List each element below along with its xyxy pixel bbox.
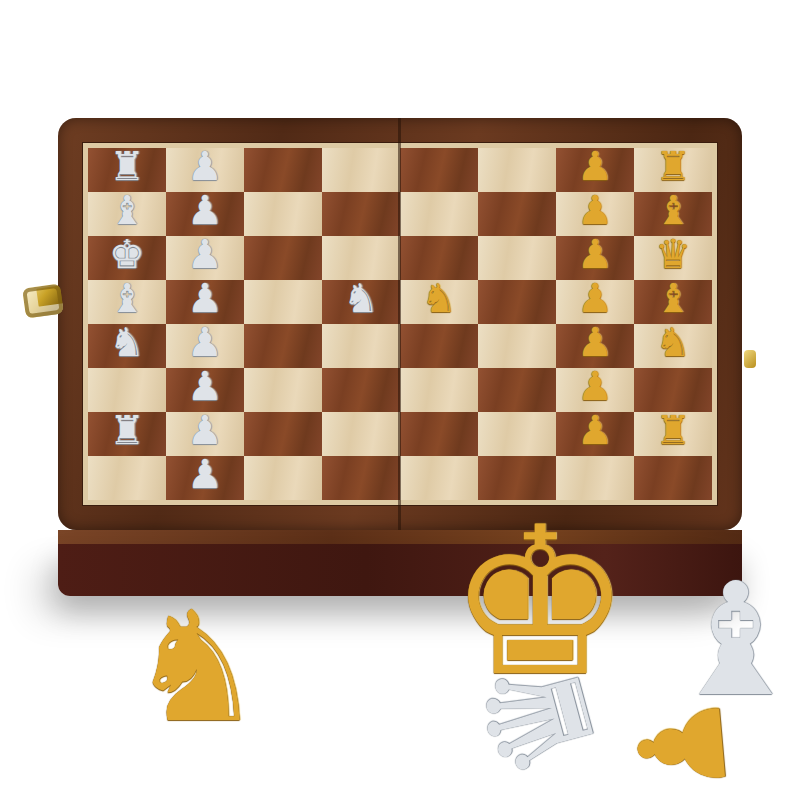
- board-square: [478, 148, 556, 192]
- gold-pawn: ♟: [577, 190, 613, 230]
- board-square: ♞: [400, 280, 478, 324]
- gold-pawn: ♟: [577, 322, 613, 362]
- board-square: ♚: [88, 236, 166, 280]
- board-square: ♞: [322, 280, 400, 324]
- board-square: [244, 148, 322, 192]
- board-front-wood-edge: [58, 530, 742, 544]
- gold-bishop: ♝: [655, 278, 691, 318]
- board-square: [478, 192, 556, 236]
- board-square: [244, 236, 322, 280]
- board-square: ♟: [556, 192, 634, 236]
- board-square: [478, 236, 556, 280]
- board-square: [400, 236, 478, 280]
- silver-bishop: ♝: [109, 278, 145, 318]
- gold-rook: ♜: [655, 146, 691, 186]
- gold-pawn-foreground: ♟: [620, 689, 745, 800]
- board-square: [88, 368, 166, 412]
- board-square: [322, 148, 400, 192]
- silver-pawn: ♟: [187, 410, 223, 450]
- silver-rook: ♜: [109, 146, 145, 186]
- brass-clasp-handle: [22, 284, 64, 319]
- gold-pawn: ♟: [577, 366, 613, 406]
- board-square: ♟: [556, 148, 634, 192]
- board-square: [244, 368, 322, 412]
- silver-king: ♚: [109, 234, 145, 274]
- board-fold-seam: [398, 118, 401, 530]
- gold-pawn: ♟: [577, 410, 613, 450]
- board-square: ♟: [166, 148, 244, 192]
- board-square: ♟: [166, 456, 244, 500]
- gold-knight: ♞: [128, 592, 264, 744]
- board-square: [400, 148, 478, 192]
- gold-knight: ♞: [421, 278, 457, 318]
- board-square: [634, 456, 712, 500]
- board-square: [322, 192, 400, 236]
- board-square: [88, 456, 166, 500]
- gold-pawn: ♟: [577, 146, 613, 186]
- board-square: ♜: [634, 412, 712, 456]
- gold-pawn: ♟: [577, 234, 613, 274]
- silver-rook: ♜: [109, 410, 145, 450]
- gold-bishop: ♝: [655, 190, 691, 230]
- board-square: [634, 368, 712, 412]
- silver-pawn: ♟: [187, 322, 223, 362]
- board-square: ♟: [556, 236, 634, 280]
- brass-hinge-pin: [744, 350, 756, 368]
- board-square: [322, 368, 400, 412]
- board-square: ♟: [166, 280, 244, 324]
- board-square: [244, 192, 322, 236]
- silver-pawn: ♟: [187, 146, 223, 186]
- board-square: [244, 456, 322, 500]
- board-square: ♟: [166, 412, 244, 456]
- board-square: ♝: [634, 280, 712, 324]
- board-square: ♟: [556, 324, 634, 368]
- board-square: [400, 368, 478, 412]
- gold-knight: ♞: [655, 322, 691, 362]
- board-square: ♞: [88, 324, 166, 368]
- board-square: ♝: [88, 280, 166, 324]
- gold-knight-foreground: ♞: [128, 592, 264, 744]
- chess-board: ♜♟♟♜♝♟♟♝♚♟♟♛♝♟♞♞♟♝♞♟♟♞♟♟♜♟♟♜♟: [58, 118, 742, 530]
- board-square: ♞: [634, 324, 712, 368]
- board-square: [244, 412, 322, 456]
- board-square: [244, 324, 322, 368]
- board-square: ♜: [634, 148, 712, 192]
- silver-pawn: ♟: [187, 190, 223, 230]
- silver-bishop: ♝: [109, 190, 145, 230]
- board-square: [478, 412, 556, 456]
- board-square: ♟: [166, 324, 244, 368]
- gold-pawn: ♟: [577, 278, 613, 318]
- board-square: ♟: [166, 236, 244, 280]
- silver-knight: ♞: [109, 322, 145, 362]
- board-square: [478, 280, 556, 324]
- silver-pawn: ♟: [187, 454, 223, 494]
- gold-pawn: ♟: [620, 689, 745, 800]
- board-square: [478, 368, 556, 412]
- board-square: [478, 324, 556, 368]
- board-square: [400, 412, 478, 456]
- board-square: ♛: [634, 236, 712, 280]
- board-square: [244, 280, 322, 324]
- board-square: ♟: [556, 368, 634, 412]
- silver-pawn: ♟: [187, 366, 223, 406]
- board-square: ♝: [88, 192, 166, 236]
- silver-knight: ♞: [343, 278, 379, 318]
- silver-pawn: ♟: [187, 234, 223, 274]
- board-square: ♟: [556, 280, 634, 324]
- gold-queen: ♛: [655, 234, 691, 274]
- board-square: [400, 192, 478, 236]
- board-square: ♝: [634, 192, 712, 236]
- board-square: [400, 324, 478, 368]
- board-square: ♜: [88, 148, 166, 192]
- board-square: ♟: [166, 192, 244, 236]
- board-square: ♟: [166, 368, 244, 412]
- board-square: ♜: [88, 412, 166, 456]
- board-square: [322, 236, 400, 280]
- board-square: [322, 412, 400, 456]
- board-square: [322, 324, 400, 368]
- board-square: [322, 456, 400, 500]
- board-square: ♟: [556, 412, 634, 456]
- gold-rook: ♜: [655, 410, 691, 450]
- silver-pawn: ♟: [187, 278, 223, 318]
